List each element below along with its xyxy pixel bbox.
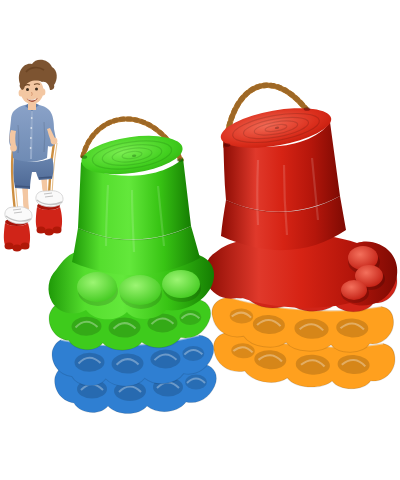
stilts-product-photo (0, 0, 400, 480)
red-rope-slot-left (224, 143, 231, 147)
child-shorts (13, 157, 53, 189)
green-toe-dome-1 (77, 272, 117, 302)
shirt-button-1 (31, 117, 33, 119)
green-stilt-assembly (49, 119, 217, 414)
product-photo-canvas (0, 0, 400, 480)
child-left-arm (10, 130, 17, 146)
child-eye-right (35, 88, 38, 91)
child-right-sneaker (36, 191, 63, 207)
red-rope-slot-right (304, 107, 311, 111)
child-eye-left (26, 88, 29, 91)
green-rope-slot-left (81, 155, 87, 159)
child-left-hand (10, 145, 17, 152)
green-toe-dome-3 (162, 270, 200, 298)
red-toe-dome-3 (341, 280, 367, 300)
child-left-leg (22, 186, 29, 209)
shirt-button-2 (30, 127, 32, 129)
shirt-button-4 (30, 147, 32, 149)
green-toe-dome-2 (119, 275, 161, 305)
green-rope-slot-right (177, 158, 183, 162)
red-stilt-assembly (205, 85, 398, 393)
shirt-button-3 (30, 137, 32, 139)
child-right-hand (51, 138, 58, 145)
child-model (4, 60, 63, 252)
